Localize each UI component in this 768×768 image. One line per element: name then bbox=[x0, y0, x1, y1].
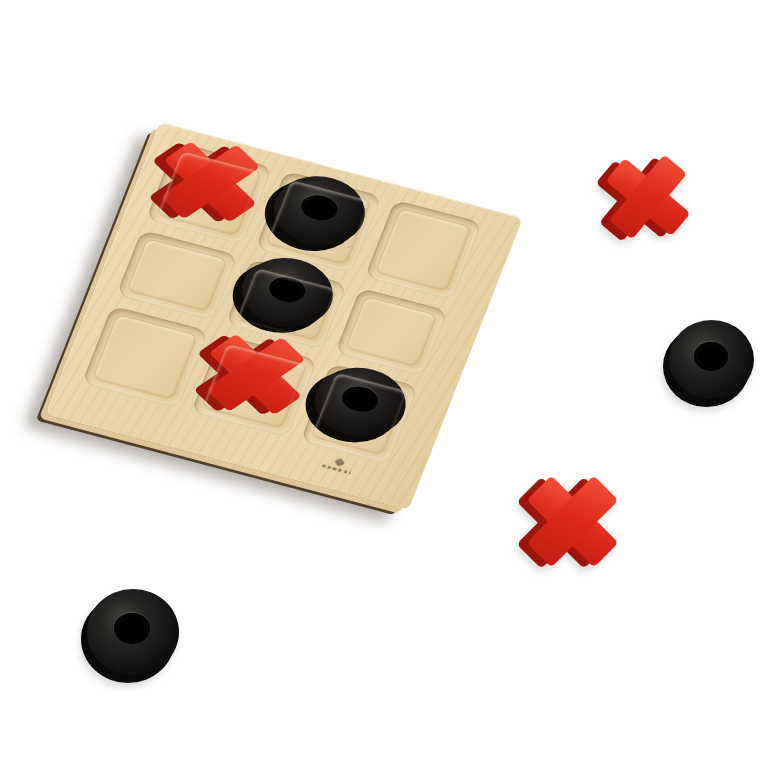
o-piece[interactable] bbox=[263, 167, 376, 255]
o-hole bbox=[265, 273, 309, 306]
piece-slot bbox=[147, 130, 274, 233]
x-piece[interactable] bbox=[505, 454, 639, 588]
board[interactable] bbox=[45, 122, 522, 510]
x-piece[interactable] bbox=[139, 124, 281, 239]
loose-x-piece[interactable] bbox=[605, 154, 691, 240]
o-hole bbox=[114, 613, 151, 644]
photo-scene bbox=[0, 0, 768, 768]
loose-o-piece[interactable] bbox=[87, 589, 179, 675]
o-piece[interactable] bbox=[669, 320, 754, 399]
cell-r1c0[interactable] bbox=[116, 230, 238, 321]
o-piece[interactable] bbox=[304, 358, 417, 446]
o-piece[interactable] bbox=[87, 589, 179, 675]
cell-r0c0[interactable] bbox=[146, 142, 273, 245]
piece-slot bbox=[304, 358, 417, 446]
loose-o-piece[interactable] bbox=[669, 320, 754, 399]
piece-slot bbox=[263, 167, 376, 255]
board-wrap bbox=[45, 122, 522, 510]
o-hole bbox=[338, 383, 382, 416]
cell-r2c1[interactable] bbox=[191, 334, 318, 437]
o-hole bbox=[694, 342, 728, 370]
o-hole bbox=[297, 192, 341, 225]
loose-x-piece[interactable] bbox=[525, 474, 620, 569]
cell-r0c2[interactable] bbox=[365, 200, 483, 301]
cell-r1c2[interactable] bbox=[335, 288, 448, 376]
cell-r2c0[interactable] bbox=[82, 306, 209, 409]
x-piece[interactable] bbox=[587, 136, 708, 257]
